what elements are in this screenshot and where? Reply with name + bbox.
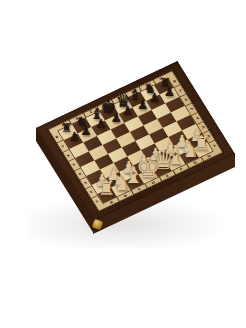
coordinate-ring: ABCDEFGH ABCDEFGH 87654321 87654321 [48, 71, 223, 212]
product-photo: ABCDEFGH ABCDEFGH 87654321 87654321 ♜♞♝♚… [0, 0, 246, 328]
